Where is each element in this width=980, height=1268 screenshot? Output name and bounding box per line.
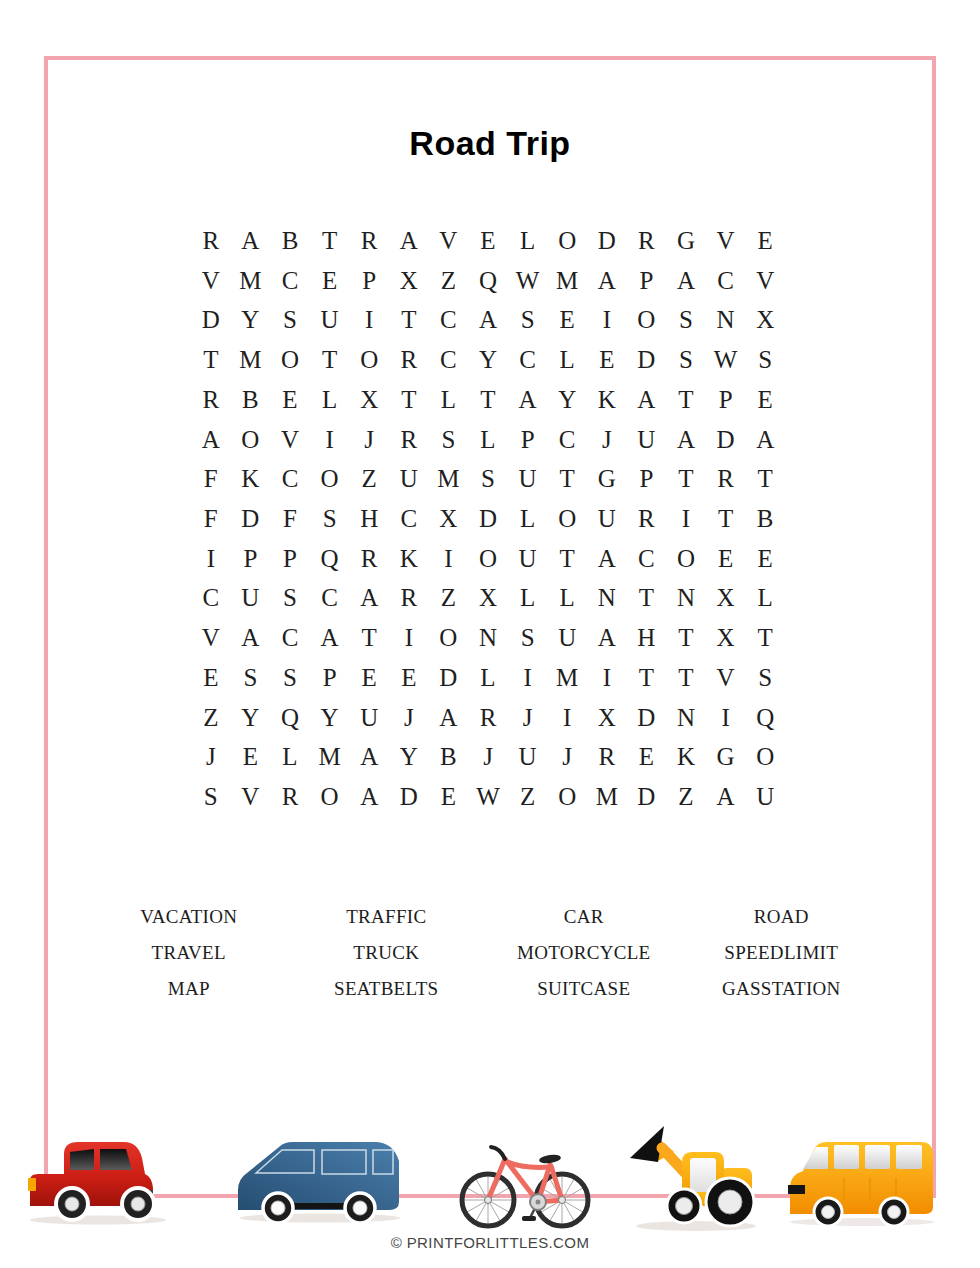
grid-cell-r3c12: O — [627, 300, 667, 340]
grid-cell-r8c9: L — [508, 499, 548, 539]
grid-cell-r5c15: E — [745, 380, 785, 420]
grid-cell-r2c4: E — [310, 261, 350, 301]
grid-cell-r5c2: B — [231, 380, 271, 420]
grid-cell-r13c14: I — [706, 698, 746, 738]
grid-cell-r8c5: H — [349, 499, 389, 539]
grid-cell-r7c6: U — [389, 459, 429, 499]
grid-cell-r6c7: S — [429, 420, 469, 460]
word-car: CAR — [485, 899, 683, 935]
grid-cell-r7c4: O — [310, 459, 350, 499]
grid-cell-r8c7: X — [429, 499, 469, 539]
grid-cell-r7c1: F — [191, 459, 231, 499]
grid-cell-r14c11: R — [587, 738, 627, 778]
word-motorcycle: MOTORCYCLE — [485, 935, 683, 971]
grid-cell-r3c5: I — [349, 300, 389, 340]
grid-cell-r11c2: A — [231, 618, 271, 658]
grid-cell-r3c1: D — [191, 300, 231, 340]
grid-cell-r10c14: X — [706, 579, 746, 619]
grid-cell-r7c3: C — [270, 459, 310, 499]
grid-cell-r9c1: I — [191, 539, 231, 579]
grid-cell-r3c2: Y — [231, 300, 271, 340]
grid-cell-r14c13: K — [666, 738, 706, 778]
grid-cell-r2c8: Q — [468, 261, 508, 301]
grid-cell-r1c2: A — [231, 221, 271, 261]
grid-cell-r8c1: F — [191, 499, 231, 539]
grid-cell-r12c11: I — [587, 658, 627, 698]
word-suitcase: SUITCASE — [485, 971, 683, 1007]
grid-cell-r1c5: R — [349, 221, 389, 261]
grid-cell-r15c10: O — [547, 777, 587, 817]
grid-cell-r6c15: A — [745, 420, 785, 460]
grid-cell-r13c7: A — [429, 698, 469, 738]
grid-cell-r15c13: Z — [666, 777, 706, 817]
grid-cell-r10c3: S — [270, 579, 310, 619]
grid-cell-r2c10: M — [547, 261, 587, 301]
grid-cell-r5c11: K — [587, 380, 627, 420]
grid-cell-r12c3: S — [270, 658, 310, 698]
grid-cell-r10c12: T — [627, 579, 667, 619]
grid-cell-r4c3: O — [270, 340, 310, 380]
word-travel: TRAVEL — [90, 935, 288, 971]
grid-cell-r7c9: U — [508, 459, 548, 499]
grid-cell-r13c1: Z — [191, 698, 231, 738]
word-road: ROAD — [683, 899, 881, 935]
grid-cell-r6c4: I — [310, 420, 350, 460]
word-list: VACATIONTRAFFICCARROADTRAVELTRUCKMOTORCY… — [90, 899, 880, 1007]
grid-cell-r8c6: C — [389, 499, 429, 539]
grid-cell-r6c9: P — [508, 420, 548, 460]
grid-cell-r9c15: E — [745, 539, 785, 579]
grid-cell-r14c7: B — [429, 738, 469, 778]
grid-cell-r10c5: A — [349, 579, 389, 619]
grid-cell-r10c13: N — [666, 579, 706, 619]
grid-cell-r8c12: R — [627, 499, 667, 539]
grid-cell-r9c14: E — [706, 539, 746, 579]
grid-cell-r3c11: I — [587, 300, 627, 340]
grid-cell-r1c14: V — [706, 221, 746, 261]
grid-cell-r12c5: E — [349, 658, 389, 698]
grid-cell-r5c10: Y — [547, 380, 587, 420]
grid-cell-r12c10: M — [547, 658, 587, 698]
grid-cell-r7c8: S — [468, 459, 508, 499]
credit-text: © PRINTFORLITTLES.COM — [0, 1234, 980, 1251]
grid-cell-r4c10: L — [547, 340, 587, 380]
grid-cell-r8c15: B — [745, 499, 785, 539]
grid-cell-r4c8: Y — [468, 340, 508, 380]
word-truck: TRUCK — [288, 935, 486, 971]
grid-cell-r13c8: R — [468, 698, 508, 738]
grid-cell-r3c9: S — [508, 300, 548, 340]
grid-cell-r6c5: J — [349, 420, 389, 460]
grid-cell-r15c5: A — [349, 777, 389, 817]
grid-cell-r5c9: A — [508, 380, 548, 420]
grid-cell-r2c2: M — [231, 261, 271, 301]
grid-cell-r8c3: F — [270, 499, 310, 539]
grid-cell-r13c4: Y — [310, 698, 350, 738]
grid-cell-r9c5: R — [349, 539, 389, 579]
grid-cell-r13c15: Q — [745, 698, 785, 738]
bicycle-illustration — [458, 1132, 593, 1232]
grid-cell-r5c6: T — [389, 380, 429, 420]
grid-cell-r14c8: J — [468, 738, 508, 778]
grid-cell-r9c11: A — [587, 539, 627, 579]
grid-cell-r2c5: P — [349, 261, 389, 301]
grid-cell-r10c10: L — [547, 579, 587, 619]
grid-cell-r8c8: D — [468, 499, 508, 539]
grid-cell-r10c11: N — [587, 579, 627, 619]
grid-cell-r6c8: L — [468, 420, 508, 460]
grid-cell-r4c5: O — [349, 340, 389, 380]
grid-cell-r14c3: L — [270, 738, 310, 778]
grid-cell-r2c14: C — [706, 261, 746, 301]
grid-cell-r7c15: T — [745, 459, 785, 499]
grid-cell-r4c2: M — [231, 340, 271, 380]
grid-cell-r11c12: H — [627, 618, 667, 658]
grid-cell-r7c11: G — [587, 459, 627, 499]
grid-cell-r2c7: Z — [429, 261, 469, 301]
word-traffic: TRAFFIC — [288, 899, 486, 935]
grid-cell-r1c1: R — [191, 221, 231, 261]
worksheet-page: Road Trip RABTRAVELODRGVEVMCEPXZQWMAPACV… — [0, 0, 980, 1268]
grid-cell-r5c1: R — [191, 380, 231, 420]
grid-cell-r11c13: T — [666, 618, 706, 658]
grid-cell-r14c10: J — [547, 738, 587, 778]
grid-cell-r4c4: T — [310, 340, 350, 380]
grid-cell-r2c9: W — [508, 261, 548, 301]
grid-cell-r13c3: Q — [270, 698, 310, 738]
grid-cell-r5c13: T — [666, 380, 706, 420]
word-vacation: VACATION — [90, 899, 288, 935]
grid-cell-r13c11: X — [587, 698, 627, 738]
grid-cell-r3c8: A — [468, 300, 508, 340]
grid-cell-r5c5: X — [349, 380, 389, 420]
grid-cell-r13c12: D — [627, 698, 667, 738]
grid-cell-r4c13: S — [666, 340, 706, 380]
grid-cell-r15c2: V — [231, 777, 271, 817]
word-seatbelts: SEATBELTS — [288, 971, 486, 1007]
grid-cell-r12c12: T — [627, 658, 667, 698]
grid-cell-r11c11: A — [587, 618, 627, 658]
grid-cell-r12c1: E — [191, 658, 231, 698]
word-map: MAP — [90, 971, 288, 1007]
grid-cell-r6c11: J — [587, 420, 627, 460]
grid-cell-r15c9: Z — [508, 777, 548, 817]
grid-cell-r9c4: Q — [310, 539, 350, 579]
grid-cell-r11c1: V — [191, 618, 231, 658]
grid-cell-r13c10: I — [547, 698, 587, 738]
grid-cell-r14c14: G — [706, 738, 746, 778]
grid-cell-r14c6: Y — [389, 738, 429, 778]
grid-cell-r7c5: Z — [349, 459, 389, 499]
grid-cell-r13c13: N — [666, 698, 706, 738]
grid-cell-r1c4: T — [310, 221, 350, 261]
grid-cell-r9c13: O — [666, 539, 706, 579]
grid-cell-r15c7: E — [429, 777, 469, 817]
grid-cell-r8c14: T — [706, 499, 746, 539]
grid-cell-r11c6: I — [389, 618, 429, 658]
grid-cell-r11c8: N — [468, 618, 508, 658]
grid-cell-r15c15: U — [745, 777, 785, 817]
grid-cell-r10c15: L — [745, 579, 785, 619]
grid-cell-r4c1: T — [191, 340, 231, 380]
grid-cell-r8c4: S — [310, 499, 350, 539]
grid-cell-r3c7: C — [429, 300, 469, 340]
grid-cell-r1c8: E — [468, 221, 508, 261]
grid-cell-r1c6: A — [389, 221, 429, 261]
grid-cell-r11c14: X — [706, 618, 746, 658]
grid-cell-r4c15: S — [745, 340, 785, 380]
grid-cell-r10c2: U — [231, 579, 271, 619]
grid-cell-r5c4: L — [310, 380, 350, 420]
grid-cell-r3c15: X — [745, 300, 785, 340]
grid-cell-r1c10: O — [547, 221, 587, 261]
grid-cell-r6c3: V — [270, 420, 310, 460]
grid-cell-r11c9: S — [508, 618, 548, 658]
grid-cell-r9c12: C — [627, 539, 667, 579]
grid-cell-r2c6: X — [389, 261, 429, 301]
grid-cell-r1c7: V — [429, 221, 469, 261]
grid-cell-r14c15: O — [745, 738, 785, 778]
grid-cell-r6c1: A — [191, 420, 231, 460]
grid-cell-r15c12: D — [627, 777, 667, 817]
grid-cell-r4c9: C — [508, 340, 548, 380]
grid-cell-r1c3: B — [270, 221, 310, 261]
blue-van-illustration — [232, 1130, 412, 1223]
grid-cell-r6c12: U — [627, 420, 667, 460]
grid-cell-r9c2: P — [231, 539, 271, 579]
grid-cell-r11c15: T — [745, 618, 785, 658]
grid-cell-r11c3: C — [270, 618, 310, 658]
grid-cell-r14c9: U — [508, 738, 548, 778]
grid-cell-r2c12: P — [627, 261, 667, 301]
grid-cell-r14c4: M — [310, 738, 350, 778]
grid-cell-r14c5: A — [349, 738, 389, 778]
grid-cell-r3c6: T — [389, 300, 429, 340]
grid-cell-r3c13: S — [666, 300, 706, 340]
grid-cell-r11c7: O — [429, 618, 469, 658]
grid-cell-r12c6: E — [389, 658, 429, 698]
grid-cell-r1c15: E — [745, 221, 785, 261]
grid-cell-r9c3: P — [270, 539, 310, 579]
grid-cell-r12c15: S — [745, 658, 785, 698]
grid-cell-r12c2: S — [231, 658, 271, 698]
grid-cell-r4c7: C — [429, 340, 469, 380]
grid-cell-r1c12: R — [627, 221, 667, 261]
grid-cell-r6c6: R — [389, 420, 429, 460]
grid-cell-r10c1: C — [191, 579, 231, 619]
grid-cell-r2c1: V — [191, 261, 231, 301]
grid-cell-r15c14: A — [706, 777, 746, 817]
grid-cell-r6c10: C — [547, 420, 587, 460]
grid-cell-r12c14: V — [706, 658, 746, 698]
grid-cell-r15c8: W — [468, 777, 508, 817]
grid-cell-r9c7: I — [429, 539, 469, 579]
front-loader-illustration — [618, 1114, 758, 1232]
grid-cell-r5c12: A — [627, 380, 667, 420]
grid-cell-r3c3: S — [270, 300, 310, 340]
grid-cell-r1c9: L — [508, 221, 548, 261]
grid-cell-r2c11: A — [587, 261, 627, 301]
grid-cell-r8c2: D — [231, 499, 271, 539]
grid-cell-r5c7: L — [429, 380, 469, 420]
grid-cell-r2c3: C — [270, 261, 310, 301]
grid-cell-r11c4: A — [310, 618, 350, 658]
grid-cell-r7c7: M — [429, 459, 469, 499]
grid-cell-r7c13: T — [666, 459, 706, 499]
grid-cell-r13c2: Y — [231, 698, 271, 738]
grid-cell-r13c5: U — [349, 698, 389, 738]
bus-illustration — [786, 1132, 938, 1227]
grid-cell-r6c2: O — [231, 420, 271, 460]
grid-cell-r14c12: E — [627, 738, 667, 778]
grid-cell-r12c8: L — [468, 658, 508, 698]
grid-cell-r15c6: D — [389, 777, 429, 817]
grid-cell-r6c13: A — [666, 420, 706, 460]
grid-cell-r12c13: T — [666, 658, 706, 698]
grid-cell-r10c7: Z — [429, 579, 469, 619]
grid-cell-r12c4: P — [310, 658, 350, 698]
grid-cell-r8c11: U — [587, 499, 627, 539]
grid-cell-r14c1: J — [191, 738, 231, 778]
grid-cell-r7c10: T — [547, 459, 587, 499]
word-speedlimit: SPEEDLIMIT — [683, 935, 881, 971]
grid-cell-r3c4: U — [310, 300, 350, 340]
grid-cell-r15c3: R — [270, 777, 310, 817]
grid-cell-r9c6: K — [389, 539, 429, 579]
grid-cell-r7c12: P — [627, 459, 667, 499]
grid-cell-r4c11: E — [587, 340, 627, 380]
grid-cell-r12c9: I — [508, 658, 548, 698]
grid-cell-r13c9: J — [508, 698, 548, 738]
grid-cell-r9c8: O — [468, 539, 508, 579]
grid-cell-r14c2: E — [231, 738, 271, 778]
grid-cell-r2c13: A — [666, 261, 706, 301]
grid-cell-r8c10: O — [547, 499, 587, 539]
grid-cell-r13c6: J — [389, 698, 429, 738]
grid-cell-r8c13: I — [666, 499, 706, 539]
grid-cell-r7c14: R — [706, 459, 746, 499]
grid-cell-r4c6: R — [389, 340, 429, 380]
grid-cell-r15c1: S — [191, 777, 231, 817]
grid-cell-r10c4: C — [310, 579, 350, 619]
grid-cell-r10c8: X — [468, 579, 508, 619]
grid-cell-r15c11: M — [587, 777, 627, 817]
grid-cell-r9c9: U — [508, 539, 548, 579]
grid-cell-r1c13: G — [666, 221, 706, 261]
puzzle-title: Road Trip — [0, 124, 980, 163]
grid-cell-r15c4: O — [310, 777, 350, 817]
grid-cell-r11c10: U — [547, 618, 587, 658]
grid-cell-r1c11: D — [587, 221, 627, 261]
grid-cell-r10c6: R — [389, 579, 429, 619]
grid-cell-r3c10: E — [547, 300, 587, 340]
grid-cell-r2c15: V — [745, 261, 785, 301]
grid-cell-r5c14: P — [706, 380, 746, 420]
grid-cell-r3c14: N — [706, 300, 746, 340]
grid-cell-r9c10: T — [547, 539, 587, 579]
grid-cell-r5c8: T — [468, 380, 508, 420]
grid-cell-r4c12: D — [627, 340, 667, 380]
grid-cell-r11c5: T — [349, 618, 389, 658]
grid-cell-r5c3: E — [270, 380, 310, 420]
grid-cell-r4c14: W — [706, 340, 746, 380]
grid-cell-r12c7: D — [429, 658, 469, 698]
red-car-illustration — [26, 1128, 176, 1226]
grid-cell-r7c2: K — [231, 459, 271, 499]
grid-cell-r10c9: L — [508, 579, 548, 619]
grid-cell-r6c14: D — [706, 420, 746, 460]
wordsearch-grid: RABTRAVELODRGVEVMCEPXZQWMAPACVDYSUITCASE… — [191, 221, 785, 817]
word-gasstation: GASSTATION — [683, 971, 881, 1007]
